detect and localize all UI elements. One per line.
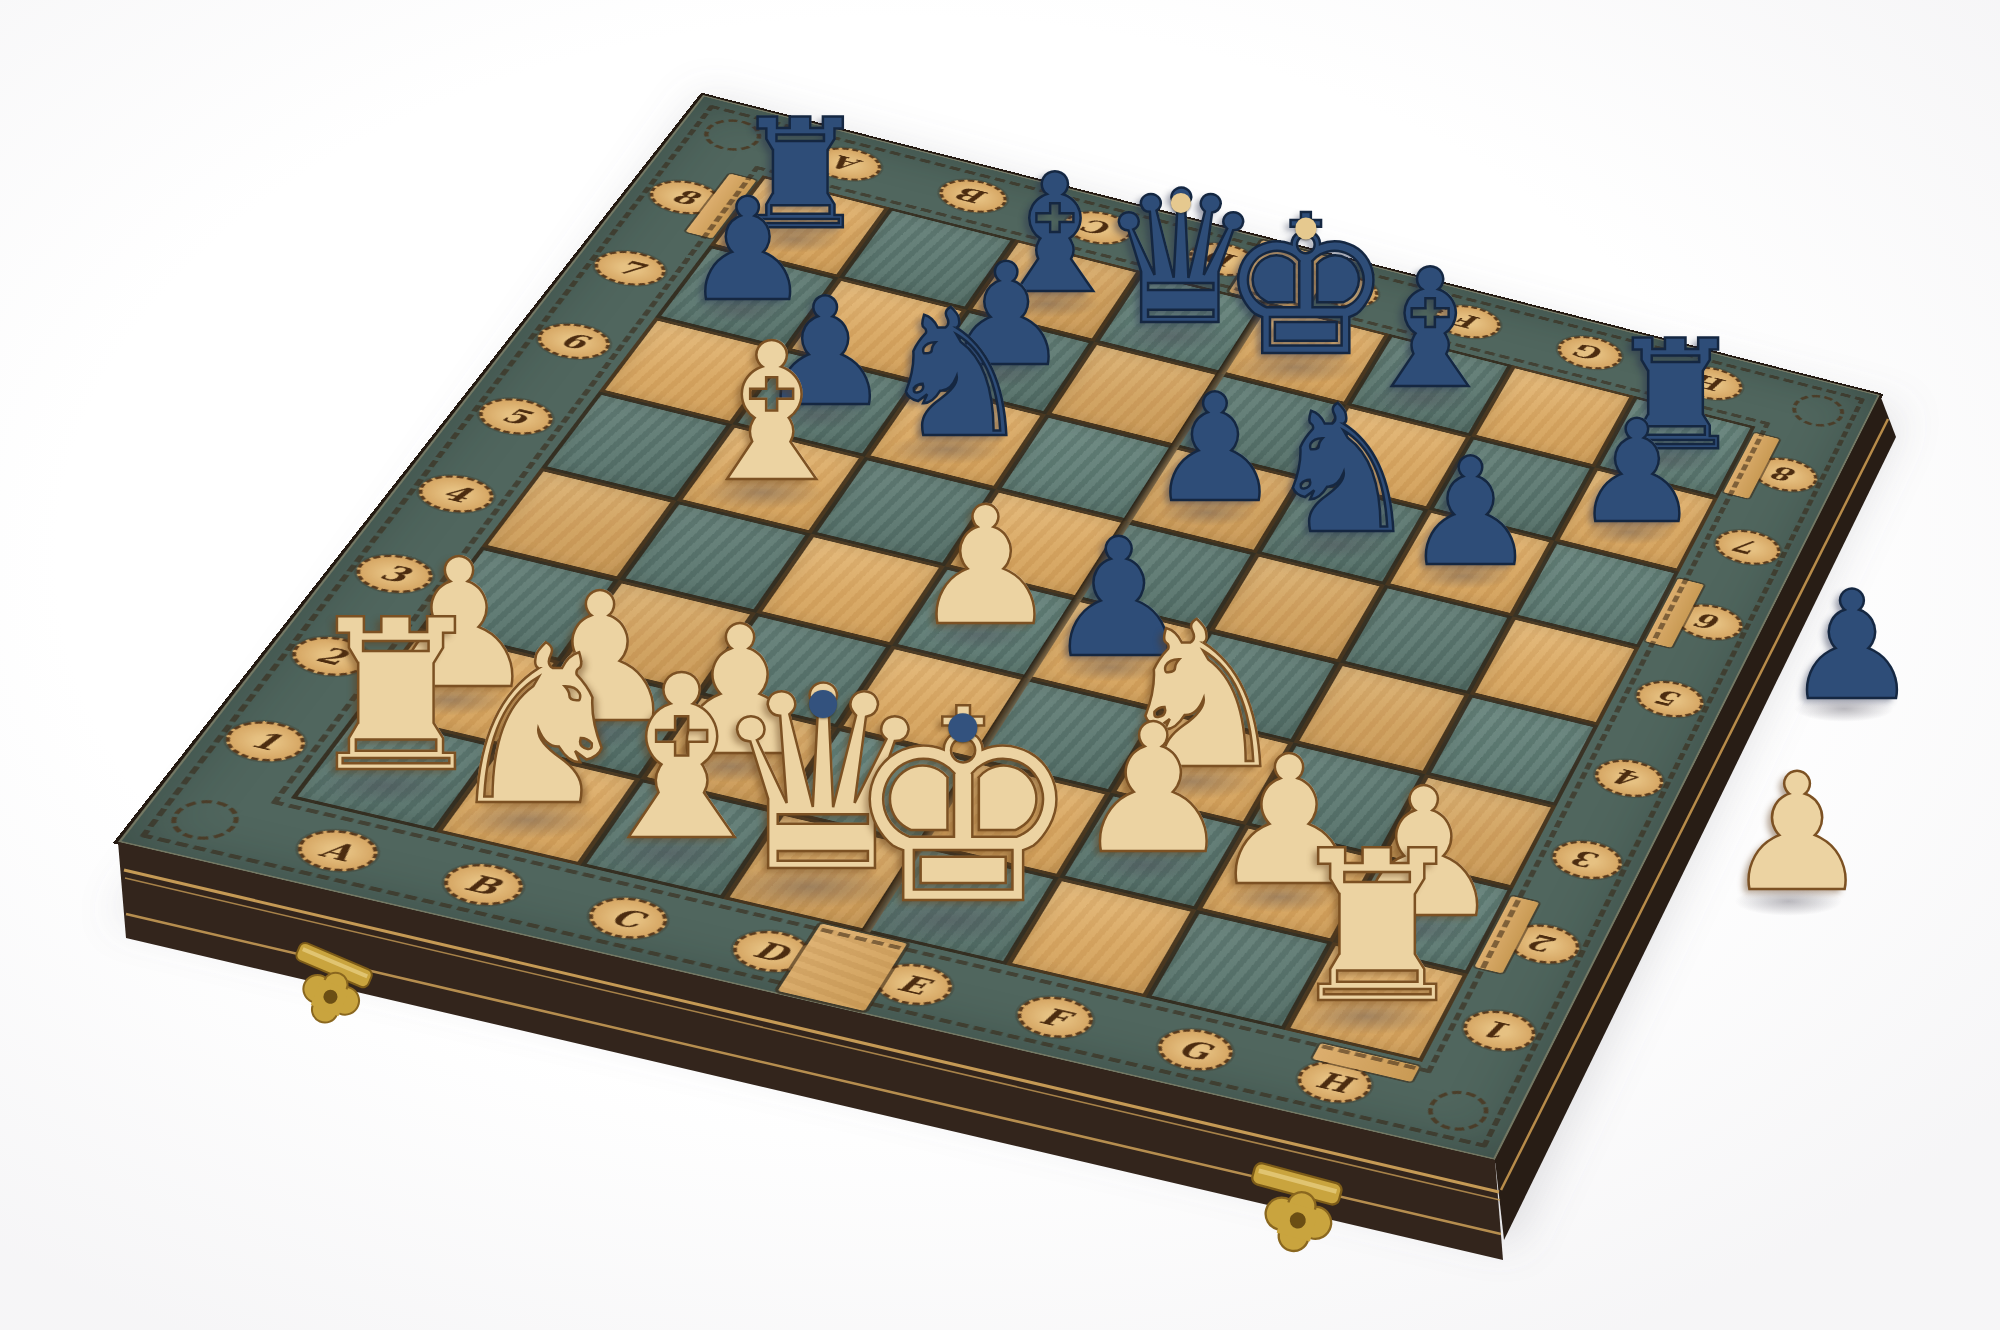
pieces-layer: ♜♞♝♛♚♜♟♟♟♟♟♟♞♟♝♟♟♞♟♞♟♟♟♟♜♝♛♚♝♜♟♟ — [0, 0, 2000, 1330]
white-rook-h1[interactable]: ♜ — [1283, 823, 1471, 1033]
blue-pawn-g6[interactable]: ♟ — [1404, 439, 1538, 588]
white-queen-finial-blue — [809, 690, 837, 718]
blue-knight-f6[interactable]: ♞ — [1265, 383, 1422, 558]
white-pawn-d4[interactable]: ♟ — [912, 485, 1059, 649]
captured-white-pawn[interactable]: ♟ — [1724, 752, 1869, 914]
blue-knight-c6[interactable]: ♞ — [878, 288, 1035, 463]
blue-pawn-e6[interactable]: ♟ — [1148, 375, 1282, 524]
white-bishop-b5[interactable]: ♝ — [686, 317, 857, 507]
blue-pawn-h7[interactable]: ♟ — [1573, 402, 1700, 544]
captured-blue-pawn[interactable]: ♟ — [1785, 571, 1919, 721]
photo-stage: AA11BB22CC33DD44EE55FF66GG77HH88 ♜♞♝♛♚♜♟… — [0, 0, 2000, 1330]
